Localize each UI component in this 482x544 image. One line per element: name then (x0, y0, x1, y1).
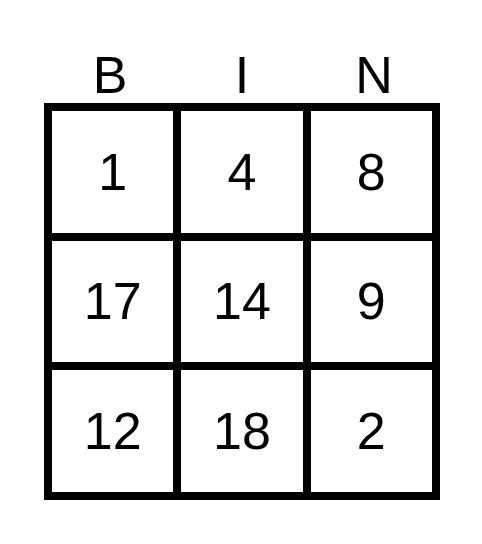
cell-r2c2[interactable]: 2 (311, 370, 432, 492)
cell-r1c2[interactable]: 9 (311, 241, 432, 363)
column-header-row: B I N (44, 46, 440, 103)
cell-r2c0[interactable]: 12 (52, 370, 173, 492)
cell-r1c1[interactable]: 14 (181, 241, 302, 363)
cell-r0c0[interactable]: 1 (52, 111, 173, 233)
column-header-n: N (308, 49, 440, 101)
cell-r0c1[interactable]: 4 (181, 111, 302, 233)
column-header-b: B (44, 49, 176, 101)
bingo-grid: 1 4 8 17 14 9 12 18 2 (44, 103, 440, 500)
bingo-card: B I N 1 4 8 17 14 9 12 18 2 (44, 46, 440, 500)
cell-r0c2[interactable]: 8 (311, 111, 432, 233)
column-header-i: I (176, 49, 308, 101)
bingo-page: B I N 1 4 8 17 14 9 12 18 2 (0, 0, 482, 544)
cell-r1c0[interactable]: 17 (52, 241, 173, 363)
cell-r2c1[interactable]: 18 (181, 370, 302, 492)
